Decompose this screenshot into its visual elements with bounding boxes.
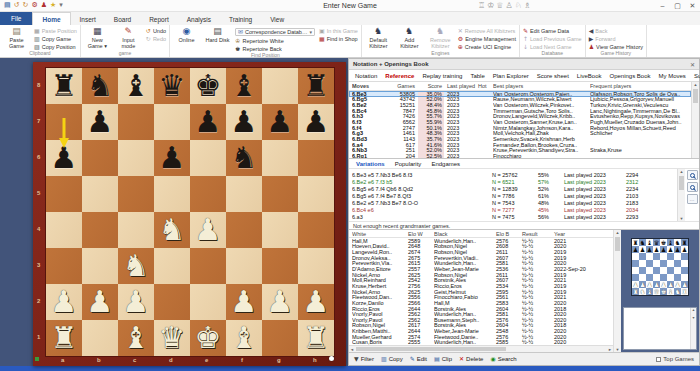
square-a6[interactable]: ♟: [46, 140, 82, 176]
square-c2[interactable]: ♟: [118, 284, 154, 320]
square-a1[interactable]: ♜: [46, 320, 82, 356]
square-e8[interactable]: ♚: [190, 68, 226, 104]
undo-icon: ↺: [146, 28, 151, 34]
square-c2: ♟: [646, 281, 653, 288]
square-h4[interactable]: [298, 212, 334, 248]
column-header[interactable]: Elo W: [408, 231, 434, 237]
top-games-toggle[interactable]: Top Games: [656, 356, 694, 362]
square-f6[interactable]: ♞: [226, 140, 262, 176]
white-pawn: ♟: [51, 284, 78, 320]
scroll-down-icon[interactable]: ▼: [678, 216, 685, 221]
rank-label-7: 7: [37, 118, 40, 124]
paste-game-icon: ▤: [12, 27, 21, 36]
ribbon-tab-home[interactable]: Home: [32, 12, 70, 25]
repertoire-white-button[interactable]: ♔Repertoire White: [235, 38, 315, 44]
square-b2[interactable]: ♟: [82, 284, 118, 320]
edit-game-data-icon: ✎: [523, 28, 528, 34]
square-h8: ♜: [681, 239, 688, 246]
cell: 2023: [444, 153, 478, 158]
tab-variations[interactable]: Variations: [352, 161, 389, 167]
paste-game-button[interactable]: ▤Paste Game: [3, 26, 30, 49]
square-e3: [660, 274, 667, 281]
cell: Last played 2023: [564, 214, 626, 220]
cell: 6.Be2 e5 7.Nb3 Be7 8.O-O: [352, 200, 492, 206]
tab-notation[interactable]: Notation: [351, 72, 381, 80]
square-d4[interactable]: ♞: [154, 212, 190, 248]
scroll-down-icon[interactable]: ▼: [614, 347, 621, 352]
black-pawn: ♟: [159, 140, 186, 176]
square-b7[interactable]: ♟: [82, 104, 118, 140]
variations-buttons: …: [685, 169, 699, 221]
column-header[interactable]: Games: [388, 83, 418, 89]
square-c6[interactable]: [118, 140, 154, 176]
square-e8: ♚: [660, 239, 667, 246]
variation-row[interactable]: 6.Bg5 e6 7.f4 Be7 8.Qf3N = 778661%Last p…: [349, 192, 677, 199]
black-queen: ♛: [159, 68, 186, 104]
undo-button[interactable]: ↺Undo: [146, 28, 166, 34]
cell: 2312: [626, 179, 652, 185]
square-e6[interactable]: [190, 140, 226, 176]
square-f2[interactable]: ♟: [226, 284, 262, 320]
rank-label-2: 2: [37, 298, 40, 304]
white-king: ♚: [195, 320, 222, 356]
white-pawn: ♟: [231, 284, 258, 320]
cell: 56%: [538, 214, 564, 220]
search-icon: ◉: [490, 356, 495, 362]
games-area: WhiteElo WBlackElo BResultYearHall,M2589…: [349, 230, 699, 352]
black-bishop: ♝: [647, 239, 653, 246]
square-b3[interactable]: [82, 248, 118, 284]
preview-notation-box: ▲▼: [623, 307, 697, 350]
square-e7[interactable]: ♟: [190, 104, 226, 140]
ribbon-group-clipboard: ▤Paste Game▦Paste Position▥Copy Game▨Cop…: [0, 25, 81, 57]
tab-popularity[interactable]: Popularity: [391, 161, 426, 167]
cell: N = 7543: [492, 200, 538, 206]
tab-replay-training[interactable]: Replay training: [418, 72, 466, 80]
cell: 2034: [626, 207, 652, 213]
file-label-h: h: [313, 357, 317, 363]
square-e1[interactable]: ♚: [190, 320, 226, 356]
square-a3[interactable]: [46, 248, 82, 284]
scroll-thumb[interactable]: [693, 89, 698, 103]
variations-scrollbar[interactable]: ▲ ▼: [677, 169, 685, 221]
in-this-game-icon: ▣: [319, 28, 325, 34]
square-c8: ♝: [646, 239, 653, 246]
square-c1: ♝: [646, 288, 653, 295]
white-pawn: ♟: [654, 281, 660, 288]
redo-button: ↻Redo: [146, 36, 166, 42]
preview-scrollbar[interactable]: ▲▼: [690, 308, 696, 349]
tab-livebook[interactable]: LiveBook: [573, 72, 606, 80]
square-h3[interactable]: [298, 248, 334, 284]
ribbon-tab-insert[interactable]: Insert: [71, 12, 105, 25]
square-e2: ♟: [660, 281, 667, 288]
scroll-up-icon[interactable]: ▲: [614, 230, 621, 235]
square-h2[interactable]: ♟: [298, 284, 334, 320]
square-g7: ♟: [674, 246, 681, 253]
square-a4[interactable]: [46, 212, 82, 248]
paste-position-icon: ▦: [34, 28, 40, 34]
square-g3[interactable]: [262, 248, 298, 284]
copy-button[interactable]: ▥Copy: [381, 356, 403, 362]
square-e4: [660, 267, 667, 274]
file-label-c: c: [133, 357, 136, 363]
input-mode-icon: ✎: [125, 27, 133, 36]
new-game-button[interactable]: ▦New Game ▾: [84, 26, 111, 49]
title-bar: ▤↺↻⚙♟★▾ Enter New Game ♖♔♕♙♘♗ –▢✕: [0, 0, 700, 12]
forward-icon: ▶: [589, 36, 594, 42]
ribbon-tab-board[interactable]: Board: [105, 12, 140, 25]
game-preview-pane: ♜♞♝♛♚♝♞♜♟♟♟♟♟♟♟♟♟♟♟♟♟♟♟♟♜♞♝♛♚♝♞♜ ▲▼: [621, 230, 699, 352]
ribbon-tab-view[interactable]: View: [261, 12, 293, 25]
ribbon-group-label: Engines: [365, 50, 516, 57]
white-knight: ♞: [159, 212, 186, 248]
copy-game-button[interactable]: ▥Copy Game: [34, 36, 77, 42]
column-header[interactable]: Last played: [444, 83, 478, 89]
cell: Last played 2023: [564, 200, 626, 206]
square-f7[interactable]: ♟: [226, 104, 262, 140]
square-g5[interactable]: [262, 176, 298, 212]
clip-icon: ▤: [434, 356, 440, 362]
square-f2: ♟: [667, 281, 674, 288]
square-f5[interactable]: [226, 176, 262, 212]
square-h6: [681, 253, 688, 260]
panel-title-bar: Notation + Openings Book ✕: [349, 59, 699, 70]
square-a5[interactable]: [46, 176, 82, 212]
square-h2: ♟: [681, 281, 688, 288]
scroll-right-icon[interactable]: ►: [608, 347, 612, 352]
square-b6[interactable]: [82, 140, 118, 176]
load-previous-game-button: ↑Load Previous Game: [523, 36, 582, 42]
ribbon-group-game: ▦New Game ▾✎Input mode↺Undo↻Redogame: [81, 25, 170, 57]
column-header[interactable]: Best players: [493, 83, 590, 89]
ribbon-group-engines: ♞Default Kibitzer♞Add Kibitzer♞Remove Ki…: [362, 25, 520, 57]
variation-row[interactable]: 6.Be2 e5 7.Nb3 Be7 8.O-ON = 754348%Last …: [349, 199, 677, 206]
square-d6: [653, 253, 660, 260]
white-pawn: ♟: [633, 281, 639, 288]
square-a6: [632, 253, 639, 260]
column-header[interactable]: White: [352, 231, 408, 237]
scroll-thumb[interactable]: [356, 347, 506, 351]
tab-my-moves[interactable]: My Moves: [655, 72, 690, 80]
square-g8: ♞: [674, 239, 681, 246]
square-c4: [646, 267, 653, 274]
black-pawn: ♟: [51, 140, 78, 176]
square-b1[interactable]: [82, 320, 118, 356]
square-g2[interactable]: ♟: [262, 284, 298, 320]
square-g6: [674, 253, 681, 260]
games-hscrollbar[interactable]: ◄ ►: [349, 345, 613, 352]
moves-table-row[interactable]: 6.Rg120452.5%2023Finocchiaro: [349, 153, 691, 158]
column-header[interactable]: Elo B: [496, 231, 522, 237]
variation-row[interactable]: 6.Be3 e5 7.Nb3 Be6 8.f3N = 2576255%Last …: [349, 171, 677, 178]
cell: N = 7786: [492, 193, 538, 199]
edit-button[interactable]: ✎Edit: [410, 356, 427, 362]
black-pawn: ♟: [231, 104, 258, 140]
options-button[interactable]: …: [687, 194, 698, 204]
hard-disk-button[interactable]: ▤Hard Disk: [204, 26, 231, 43]
back-button: ◀Back: [589, 28, 643, 34]
input-mode-button[interactable]: ✎Input mode: [115, 26, 142, 49]
white-pawn: ♟: [640, 281, 646, 288]
square-g1: ♞: [674, 288, 681, 295]
white-bishop: ♝: [123, 320, 150, 356]
games-table: WhiteElo WBlackElo BResultYearHall,M2589…: [349, 230, 613, 345]
column-header[interactable]: Year: [554, 231, 613, 237]
square-f1[interactable]: ♝: [226, 320, 262, 356]
search-button[interactable]: ◉Search: [490, 356, 516, 362]
moves-scrollbar[interactable]: ▲: [691, 82, 699, 158]
tab-openings-book[interactable]: Openings Book: [606, 72, 655, 80]
tab-score-sheet[interactable]: Score sheet: [533, 72, 573, 80]
remove-kibitzer-icon: ♞: [436, 27, 444, 36]
black-pawn: ♟: [661, 246, 667, 253]
board-corner-marker: [35, 357, 39, 361]
repertoire-white-icon: ♔: [235, 38, 240, 44]
square-h7[interactable]: ♟: [298, 104, 334, 140]
square-c5[interactable]: [118, 176, 154, 212]
black-rook: ♜: [303, 68, 330, 104]
cell: 2103: [626, 193, 652, 199]
square-c1[interactable]: ♝: [118, 320, 154, 356]
scroll-left-icon[interactable]: ◄: [350, 347, 354, 352]
square-d1[interactable]: ♛: [154, 320, 190, 356]
variation-row[interactable]: 6.Bc4 e6N = 727745%Last played 20232034: [349, 206, 677, 213]
cell: 6.a3: [352, 214, 492, 220]
find-in-shop-button[interactable]: ▦Find in Shop: [319, 36, 358, 42]
square-d2: ♟: [653, 281, 660, 288]
square-d2[interactable]: [154, 284, 190, 320]
square-h5[interactable]: [298, 176, 334, 212]
white-rook: ♜: [682, 288, 688, 295]
tab-reference[interactable]: Reference: [381, 72, 418, 80]
clip-button[interactable]: ▤Clip: [434, 356, 452, 362]
square-d7[interactable]: [154, 104, 190, 140]
online-button[interactable]: ◉Online: [173, 26, 200, 43]
black-pawn: ♟: [654, 246, 660, 253]
square-g4[interactable]: [262, 212, 298, 248]
cell: Finocchiaro: [493, 153, 590, 158]
square-f4[interactable]: [226, 212, 262, 248]
magnifier-icon: [690, 173, 695, 178]
white-bishop: ♝: [647, 288, 653, 295]
square-a8[interactable]: ♜: [46, 68, 82, 104]
white-king: ♚: [661, 288, 667, 295]
square-f3[interactable]: [226, 248, 262, 284]
ribbon-group-database: ✎Edit Game Data↑Load Previous Game↓Load …: [520, 25, 586, 57]
mini-board-wrap: ♜♞♝♛♚♝♞♜♟♟♟♟♟♟♟♟♟♟♟♟♟♟♟♟♜♞♝♛♚♝♞♜: [621, 230, 699, 304]
variation-row[interactable]: 6.a3N = 747556%Last played 20232293: [349, 214, 677, 221]
square-f1: ♝: [667, 288, 674, 295]
cell: Last played 2023: [564, 186, 626, 192]
square-h6[interactable]: [298, 140, 334, 176]
square-c3[interactable]: ♞: [118, 248, 154, 284]
square-e2[interactable]: [190, 284, 226, 320]
window-title: Enter New Game: [0, 2, 700, 9]
zoom-out-button[interactable]: [687, 182, 698, 192]
tab-surveys[interactable]: Surveys: [690, 72, 700, 80]
square-c7[interactable]: [118, 104, 154, 140]
square-a2[interactable]: ♟: [46, 284, 82, 320]
correspondence-database-button[interactable]: ✉Correspondence Datab…▾: [235, 28, 315, 36]
engine-management-button[interactable]: ⚙Engine Management: [458, 36, 516, 42]
black-pawn: ♟: [303, 104, 330, 140]
variations-table: 6.Be3 e5 7.Nb3 Be6 8.f3N = 2576255%Last …: [349, 169, 677, 221]
zoom-in-button[interactable]: [687, 170, 698, 180]
column-header[interactable]: Moves: [352, 83, 388, 89]
cell: 55%: [538, 172, 564, 178]
square-b2: ♟: [639, 281, 646, 288]
square-f7: ♟: [667, 246, 674, 253]
cell: Last played 2023: [564, 193, 626, 199]
delete-button[interactable]: ✕Delete: [459, 356, 483, 362]
white-pawn: ♟: [195, 212, 222, 248]
cell: 45%: [538, 207, 564, 213]
black-rook: ♜: [51, 68, 78, 104]
variations-tabs: VariationsPopularityEndgames: [349, 159, 699, 169]
square-h8[interactable]: ♜: [298, 68, 334, 104]
square-a1: ♜: [632, 288, 639, 295]
square-b5[interactable]: [82, 176, 118, 212]
panel-close-icon[interactable]: ✕: [690, 61, 695, 68]
square-a5: [632, 260, 639, 267]
square-d8: ♛: [653, 239, 660, 246]
ribbon-tab-report[interactable]: Report: [140, 12, 178, 25]
mini-board: ♜♞♝♛♚♝♞♜♟♟♟♟♟♟♟♟♟♟♟♟♟♟♟♟♜♞♝♛♚♝♞♜: [631, 238, 689, 296]
square-e5[interactable]: [190, 176, 226, 212]
file-label-f: f: [241, 357, 243, 363]
tab-plan-explorer[interactable]: Plan Explorer: [489, 72, 533, 80]
forward-button: ▶Forward: [589, 36, 643, 42]
black-bishop: ♝: [231, 68, 258, 104]
cell: 6.Bc4 e6: [352, 207, 492, 213]
edit-icon: ✎: [410, 356, 415, 362]
grandmaster-note: Not enough recent grandmaster games.: [349, 221, 699, 230]
add-kibitzer-button[interactable]: ♞Add Kibitzer: [396, 26, 423, 49]
scroll-thumb[interactable]: [679, 176, 684, 190]
tab-table[interactable]: Table: [466, 72, 488, 80]
scroll-up-icon[interactable]: ▲: [692, 82, 699, 87]
column-header[interactable]: Result: [522, 231, 554, 237]
ribbon-group-label: Game History: [589, 50, 643, 57]
rank-label-3: 3: [37, 262, 40, 268]
cell: Last played 2023: [564, 179, 626, 185]
variation-row[interactable]: 6.Be2 e6 7.f3 b5N = 652157%Last played 2…: [349, 178, 677, 185]
white-knight: ♞: [640, 288, 646, 295]
scroll-thumb[interactable]: [615, 237, 620, 251]
square-g4: [674, 267, 681, 274]
square-d3: [653, 274, 660, 281]
column-header[interactable]: Frequent players: [590, 83, 691, 89]
square-d4: [653, 267, 660, 274]
square-e5: [660, 260, 667, 267]
load-previous-game-icon: ↑: [523, 36, 528, 42]
ribbon-tab-analysis[interactable]: Analysis: [178, 12, 220, 25]
square-c3: [646, 274, 653, 281]
cell: 6.Be3 e5 7.Nb3 Be6 8.f3: [352, 172, 492, 178]
square-d3[interactable]: [154, 248, 190, 284]
cell: 57%: [538, 179, 564, 185]
square-d8[interactable]: ♛: [154, 68, 190, 104]
games-table-wrap: WhiteElo WBlackElo BResultYearHall,M2589…: [349, 230, 613, 352]
variation-row[interactable]: 6.Bg5 e6 7.f4 Qb6 8.Qd2N = 1283952%Last …: [349, 185, 677, 192]
square-g6[interactable]: [262, 140, 298, 176]
square-c5: [646, 260, 653, 267]
black-knight: ♞: [675, 239, 681, 246]
square-h1: ♜: [681, 288, 688, 295]
square-f6: [667, 253, 674, 260]
default-kibitzer-button[interactable]: ♞Default Kibitzer: [365, 26, 392, 49]
square-g2: ♟: [674, 281, 681, 288]
square-b4[interactable]: [82, 212, 118, 248]
square-b3: [639, 274, 646, 281]
square-c4[interactable]: [118, 212, 154, 248]
ribbon-tab-file[interactable]: File: [0, 12, 32, 25]
titlebar-piece-icons: ♖♔♕♙♘♗: [478, 1, 533, 10]
white-pawn: ♟: [682, 281, 688, 288]
cell: 6.Be2 e6 7.f3 b5: [352, 179, 492, 185]
edit-game-data-button[interactable]: ✎Edit Game Data: [523, 28, 582, 34]
file-label-d: d: [169, 357, 173, 363]
black-bishop: ♝: [668, 239, 674, 246]
filter-icon: ▼: [354, 356, 359, 362]
tab-endgames[interactable]: Endgames: [427, 161, 464, 167]
square-g1[interactable]: [262, 320, 298, 356]
square-f4: [667, 267, 674, 274]
square-e6: [660, 253, 667, 260]
square-d5[interactable]: [154, 176, 190, 212]
square-c8[interactable]: ♝: [118, 68, 154, 104]
black-knight: ♞: [231, 140, 258, 176]
square-h5: [681, 260, 688, 267]
cell: 52%: [538, 186, 564, 192]
panel-bottom-toolbar: ▼Filter▥Copy✎Edit▤Clip✕Delete◉Search Top…: [349, 352, 699, 365]
cell: 2294: [626, 172, 652, 178]
square-d6[interactable]: ♟: [154, 140, 190, 176]
square-h1[interactable]: ♜: [298, 320, 334, 356]
square-a7[interactable]: [46, 104, 82, 140]
square-e4[interactable]: ♟: [190, 212, 226, 248]
square-b8[interactable]: ♞: [82, 68, 118, 104]
black-pawn: ♟: [682, 246, 688, 253]
black-pawn: ♟: [675, 246, 681, 253]
black-king: ♚: [195, 68, 222, 104]
delete-icon: ✕: [459, 356, 464, 362]
square-e3[interactable]: [190, 248, 226, 284]
panel-title: Notation + Openings Book: [353, 61, 429, 67]
square-f3: [667, 274, 674, 281]
white-pawn: ♟: [123, 284, 150, 320]
square-e1: ♚: [660, 288, 667, 295]
ribbon-group-label: Clipboard: [3, 50, 77, 57]
ribbon: ▤Paste Game▦Paste Position▥Copy Game▨Cop…: [0, 25, 700, 58]
square-g8[interactable]: [262, 68, 298, 104]
column-header[interactable]: Hot: [478, 83, 493, 89]
column-header[interactable]: Black: [434, 231, 496, 237]
scroll-up-icon[interactable]: ▲: [678, 169, 685, 174]
hard-disk-icon: ▤: [213, 27, 222, 36]
ribbon-tab-training[interactable]: Training: [220, 12, 261, 25]
games-scrollbar[interactable]: ▲ ▼: [613, 230, 621, 352]
square-d5: [653, 260, 660, 267]
top-games-checkbox[interactable]: [656, 357, 661, 362]
column-header[interactable]: Score: [418, 83, 444, 89]
games-table-header: WhiteElo WBlackElo BResultYear: [349, 230, 613, 238]
square-f8[interactable]: ♝: [226, 68, 262, 104]
moves-table-area: MovesGamesScoreLast playedHotBest player…: [349, 82, 699, 159]
square-g7[interactable]: ♟: [262, 104, 298, 140]
filter-button[interactable]: ▼Filter: [354, 356, 374, 362]
